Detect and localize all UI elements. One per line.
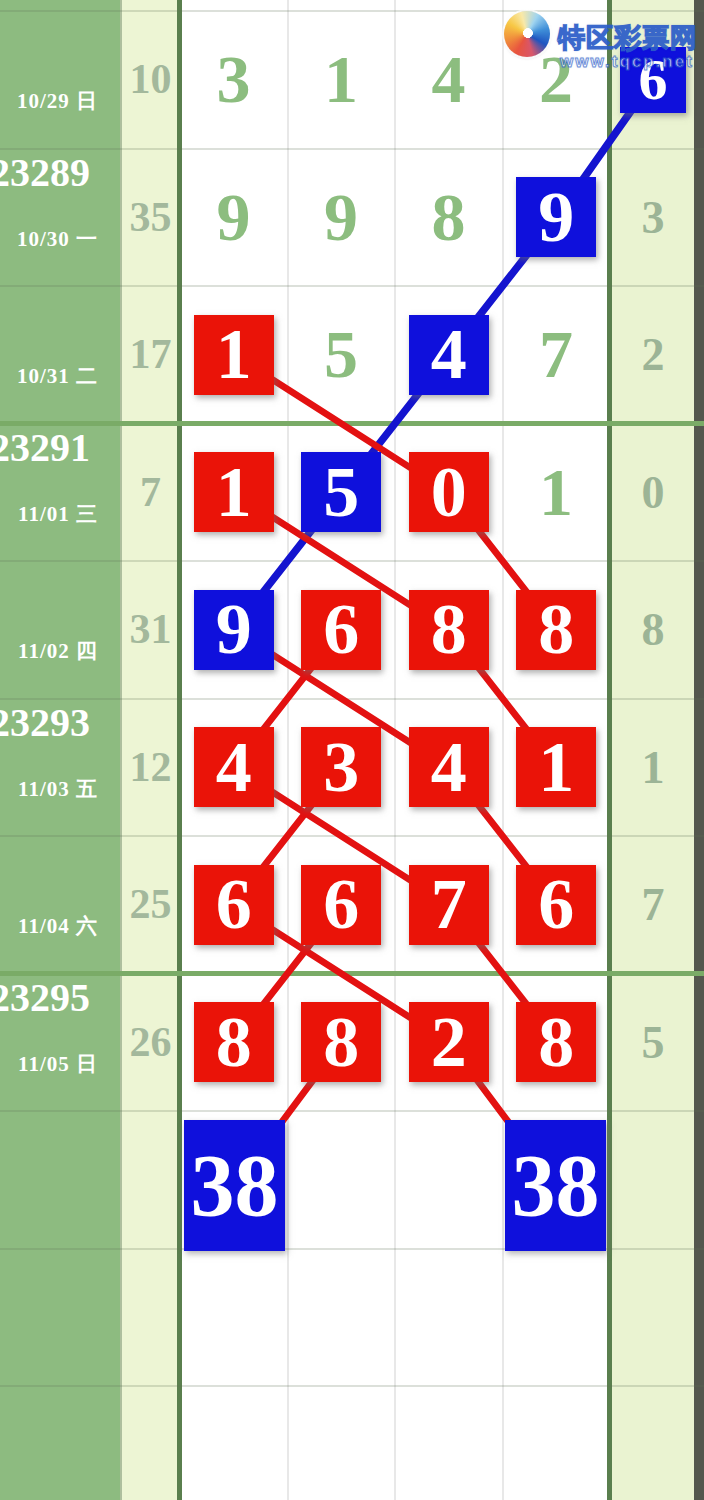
sum-value: 31: [122, 605, 179, 653]
digit-cell-red: 6: [301, 865, 381, 945]
digit-cell-plain: 7: [503, 286, 610, 423]
digit-cell-red: 1: [194, 452, 274, 532]
digit-cell-plain: 9: [180, 149, 287, 286]
issue-label: 23295: [0, 974, 90, 1021]
date-label: 11/04 六: [18, 912, 98, 940]
digit-cell-red: 3: [301, 727, 381, 807]
site-name: 特区彩票网: [558, 20, 698, 56]
site-logo[interactable]: 特区彩票网 www.tqcp.net: [498, 8, 704, 70]
units-cell: 5: [612, 1016, 694, 1069]
trend-chart: 特区彩票网 www.tqcp.net 2328810/29 日103142623…: [0, 0, 704, 1500]
digit-cell-plain: 1: [288, 11, 395, 148]
digit-cell-blue: 9: [194, 590, 274, 670]
digit-cell-red: 6: [301, 590, 381, 670]
units-cell: 8: [612, 603, 694, 656]
digit-cell-red: 8: [409, 590, 489, 670]
digit-cell-red: 8: [516, 590, 596, 670]
sum-value: 17: [122, 330, 179, 378]
digit-cell-red: 6: [516, 865, 596, 945]
prediction-block: 38: [505, 1120, 606, 1251]
prediction-block: 38: [184, 1120, 285, 1251]
date-label: 10/31 二: [17, 362, 98, 390]
units-cell: 0: [612, 466, 694, 519]
digit-cell-red: 1: [516, 727, 596, 807]
digit-cell-plain: 4: [395, 11, 502, 148]
digit-cell-red: 8: [301, 1002, 381, 1082]
digit-cell-plain: 5: [288, 286, 395, 423]
digit-cell-plain: 8: [395, 149, 502, 286]
sum-value: 12: [122, 743, 179, 791]
digit-cell-red: 4: [194, 727, 274, 807]
digit-cell-blue: 4: [409, 315, 489, 395]
units-cell: 2: [612, 328, 694, 381]
digit-cell-red: 8: [516, 1002, 596, 1082]
sum-value: 35: [122, 193, 179, 241]
units-cell: 7: [612, 878, 694, 931]
site-logo-swirl-icon: [504, 11, 550, 57]
sum-value: 26: [122, 1018, 179, 1066]
units-cell: 3: [612, 191, 694, 244]
date-label: 10/29 日: [17, 87, 98, 115]
digit-cell-red: 2: [409, 1002, 489, 1082]
date-label: 11/01 三: [18, 500, 98, 528]
digit-cell-plain: 3: [180, 11, 287, 148]
units-cell: 1: [612, 741, 694, 794]
date-label: 11/05 日: [18, 1050, 98, 1078]
digit-cell-red: 4: [409, 727, 489, 807]
digit-cell-red: 6: [194, 865, 274, 945]
date-label: 10/30 一: [17, 225, 98, 253]
digit-cell-red: 8: [194, 1002, 274, 1082]
site-url: www.tqcp.net: [560, 52, 694, 72]
issue-label: 23289: [0, 149, 90, 196]
digit-cell-red: 0: [409, 452, 489, 532]
digit-cell-blue: 5: [301, 452, 381, 532]
sum-value: 25: [122, 880, 179, 928]
digit-cell-plain: 9: [288, 149, 395, 286]
digit-cell-red: 1: [194, 315, 274, 395]
issue-label: 23291: [0, 424, 90, 471]
digit-cell-plain: 1: [503, 424, 610, 561]
sum-value: 10: [122, 55, 179, 103]
issue-label: 23293: [0, 699, 90, 746]
date-label: 11/02 四: [18, 637, 98, 665]
sum-value: 7: [122, 468, 179, 516]
digit-cell-blue: 9: [516, 177, 596, 257]
date-label: 11/03 五: [18, 775, 98, 803]
digit-cell-red: 7: [409, 865, 489, 945]
